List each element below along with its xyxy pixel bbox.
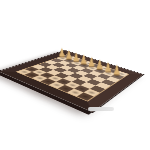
square-h2: ♟ — [111, 74, 124, 80]
product-photo: ♜♞♝♛♚♝♞♜♟♟♟♟♟♟♟♟♟♟♟♟♟♟♟♟♜♞♝♛♚♝♞♜ — [0, 0, 150, 150]
watermark-smudge — [88, 107, 114, 111]
